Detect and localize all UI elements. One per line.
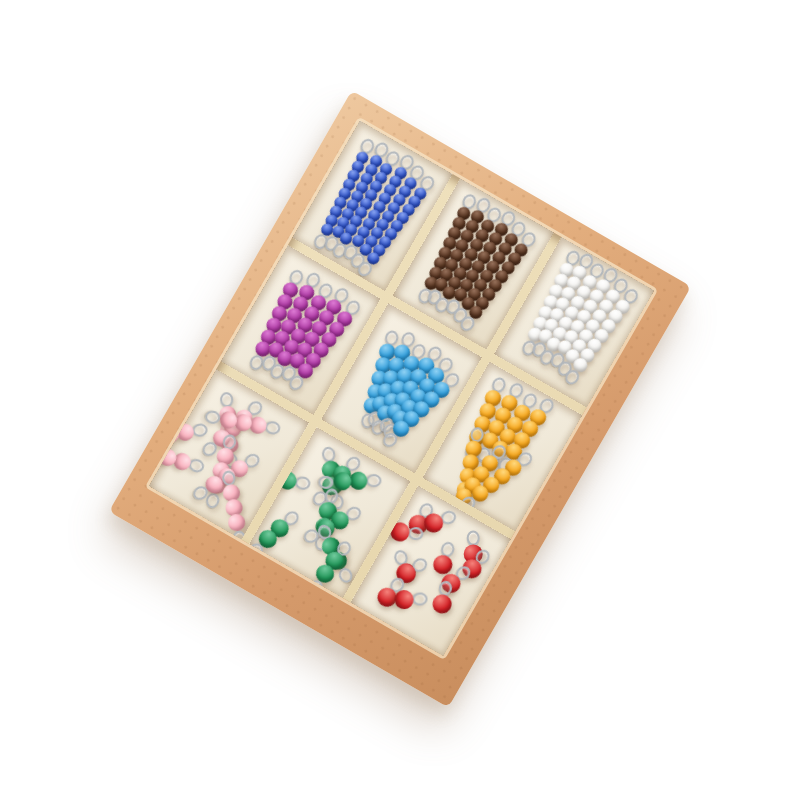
bead-green-2	[333, 472, 352, 491]
wire-loop-icon	[231, 530, 246, 540]
bead-red-1	[389, 521, 410, 542]
wire-loop-icon	[295, 475, 312, 490]
wire-loop-icon	[366, 474, 381, 488]
bead-red-1	[431, 592, 454, 615]
wire-loop-icon	[191, 423, 208, 438]
bead-bar-green-2	[250, 506, 304, 562]
bead-bar-red-1	[395, 589, 429, 609]
bead-green-2	[349, 472, 368, 491]
bead-bar-pink-3	[219, 469, 249, 539]
bead-bar-red-1	[431, 579, 456, 615]
wooden-box	[109, 91, 691, 708]
bead-pink-3	[175, 423, 194, 442]
bead-red-1	[395, 590, 415, 610]
wire-loop-icon	[220, 392, 234, 408]
wire-loop-icon	[467, 531, 480, 546]
bead-bar-red-1	[389, 521, 424, 543]
bead-bar-pink-3	[149, 421, 208, 449]
wire-loop-icon	[413, 592, 428, 606]
bead-pink-3	[160, 425, 179, 444]
bead-pink-3	[149, 427, 165, 446]
bead-pink-3	[227, 513, 247, 533]
bead-grid	[149, 121, 654, 656]
product-photo-montessori-bead-box	[0, 0, 800, 800]
bead-pink-3	[149, 442, 164, 463]
bead-green-2	[277, 470, 297, 490]
bead-bar-pink-3	[149, 438, 206, 476]
wire-loop-icon	[408, 526, 424, 540]
